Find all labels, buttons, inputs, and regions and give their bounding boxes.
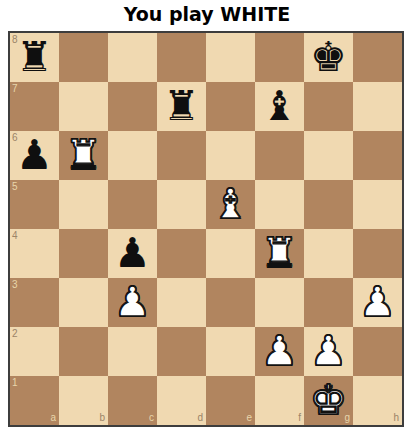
square-a1[interactable]: 1a (10, 376, 59, 425)
square-g8[interactable]: ♚ (304, 33, 353, 82)
white-rook[interactable]: ♜ (59, 131, 108, 180)
square-c7[interactable] (108, 82, 157, 131)
square-d6[interactable] (157, 131, 206, 180)
square-h2[interactable] (353, 327, 402, 376)
square-g4[interactable] (304, 229, 353, 278)
rank-label-4: 4 (12, 231, 18, 241)
square-a4[interactable]: 4 (10, 229, 59, 278)
square-e4[interactable] (206, 229, 255, 278)
square-b5[interactable] (59, 180, 108, 229)
rank-label-5: 5 (12, 182, 18, 192)
square-f5[interactable] (255, 180, 304, 229)
square-e7[interactable] (206, 82, 255, 131)
square-h5[interactable] (353, 180, 402, 229)
square-g6[interactable] (304, 131, 353, 180)
file-label-h: h (393, 413, 399, 423)
square-h6[interactable] (353, 131, 402, 180)
square-g5[interactable] (304, 180, 353, 229)
square-d3[interactable] (157, 278, 206, 327)
square-d5[interactable] (157, 180, 206, 229)
square-h7[interactable] (353, 82, 402, 131)
black-king[interactable]: ♚ (304, 33, 353, 82)
square-d2[interactable] (157, 327, 206, 376)
square-a6[interactable]: 6♟ (10, 131, 59, 180)
square-f7[interactable]: ♝ (255, 82, 304, 131)
square-a5[interactable]: 5 (10, 180, 59, 229)
square-h1[interactable]: h (353, 376, 402, 425)
square-c6[interactable] (108, 131, 157, 180)
square-a3[interactable]: 3 (10, 278, 59, 327)
black-rook[interactable]: ♜ (10, 33, 59, 82)
file-label-a: a (50, 413, 56, 423)
file-label-e: e (246, 413, 252, 423)
black-pawn[interactable]: ♟ (108, 229, 157, 278)
square-b8[interactable] (59, 33, 108, 82)
white-pawn[interactable]: ♟ (353, 278, 402, 327)
square-g1[interactable]: g♚ (304, 376, 353, 425)
square-b1[interactable]: b (59, 376, 108, 425)
square-c3[interactable]: ♟ (108, 278, 157, 327)
rank-label-1: 1 (12, 378, 18, 388)
file-label-f: f (298, 413, 301, 423)
square-b4[interactable] (59, 229, 108, 278)
square-f4[interactable]: ♜ (255, 229, 304, 278)
square-f3[interactable] (255, 278, 304, 327)
chess-puzzle-page: You play WHITE 8♜♚7♜♝6♟♜5♝4♟♜3♟♟2♟♟1abcd… (0, 0, 414, 440)
white-bishop[interactable]: ♝ (206, 180, 255, 229)
square-e3[interactable] (206, 278, 255, 327)
white-pawn[interactable]: ♟ (108, 278, 157, 327)
square-f8[interactable] (255, 33, 304, 82)
square-g7[interactable] (304, 82, 353, 131)
square-e2[interactable] (206, 327, 255, 376)
square-h3[interactable]: ♟ (353, 278, 402, 327)
square-b2[interactable] (59, 327, 108, 376)
square-c8[interactable] (108, 33, 157, 82)
rank-label-7: 7 (12, 84, 18, 94)
file-label-b: b (99, 413, 105, 423)
black-bishop[interactable]: ♝ (255, 82, 304, 131)
page-title: You play WHITE (0, 0, 414, 30)
square-f2[interactable]: ♟ (255, 327, 304, 376)
square-g2[interactable]: ♟ (304, 327, 353, 376)
square-e8[interactable] (206, 33, 255, 82)
square-c1[interactable]: c (108, 376, 157, 425)
white-king[interactable]: ♚ (304, 376, 353, 425)
square-c5[interactable] (108, 180, 157, 229)
square-e1[interactable]: e (206, 376, 255, 425)
square-e6[interactable] (206, 131, 255, 180)
square-f1[interactable]: f (255, 376, 304, 425)
chess-board: 8♜♚7♜♝6♟♜5♝4♟♜3♟♟2♟♟1abcdefg♚h (8, 31, 404, 427)
square-d1[interactable]: d (157, 376, 206, 425)
white-pawn[interactable]: ♟ (304, 327, 353, 376)
square-b7[interactable] (59, 82, 108, 131)
square-a2[interactable]: 2 (10, 327, 59, 376)
square-a8[interactable]: 8♜ (10, 33, 59, 82)
file-label-d: d (197, 413, 203, 423)
square-h8[interactable] (353, 33, 402, 82)
square-d7[interactable]: ♜ (157, 82, 206, 131)
white-rook[interactable]: ♜ (255, 229, 304, 278)
square-c2[interactable] (108, 327, 157, 376)
rank-label-3: 3 (12, 280, 18, 290)
square-d4[interactable] (157, 229, 206, 278)
file-label-c: c (149, 413, 154, 423)
square-a7[interactable]: 7 (10, 82, 59, 131)
square-c4[interactable]: ♟ (108, 229, 157, 278)
square-b3[interactable] (59, 278, 108, 327)
square-h4[interactable] (353, 229, 402, 278)
black-rook[interactable]: ♜ (157, 82, 206, 131)
rank-label-2: 2 (12, 329, 18, 339)
square-f6[interactable] (255, 131, 304, 180)
square-e5[interactable]: ♝ (206, 180, 255, 229)
white-pawn[interactable]: ♟ (255, 327, 304, 376)
black-pawn[interactable]: ♟ (10, 131, 59, 180)
square-d8[interactable] (157, 33, 206, 82)
square-b6[interactable]: ♜ (59, 131, 108, 180)
square-g3[interactable] (304, 278, 353, 327)
